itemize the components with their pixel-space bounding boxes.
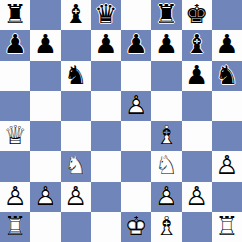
square-e6[interactable]: [121, 61, 151, 91]
square-a5[interactable]: [0, 91, 30, 121]
white-bishop-icon[interactable]: ♝♗: [151, 212, 181, 242]
square-b1[interactable]: [30, 212, 60, 242]
square-f1[interactable]: ♝♗: [151, 212, 181, 242]
square-d2[interactable]: [91, 182, 121, 212]
square-f5[interactable]: [151, 91, 181, 121]
square-e4[interactable]: [121, 121, 151, 151]
chess-board: ♜♝♛♜♚♟♟♟♟♟♝♟♞♟♞♟♙♛♕♝♗♞♘♞♘♟♙♟♙♟♙♟♙♟♙♟♙♜♖♚…: [0, 0, 242, 242]
square-h2[interactable]: [212, 182, 242, 212]
white-queen-icon[interactable]: ♛♕: [0, 121, 30, 151]
black-knight-icon[interactable]: ♞: [61, 61, 91, 91]
white-knight-icon[interactable]: ♞♘: [61, 151, 91, 181]
black-queen-icon[interactable]: ♛: [91, 0, 121, 30]
white-rook-icon[interactable]: ♜♖: [212, 212, 242, 242]
square-e1[interactable]: ♚♔: [121, 212, 151, 242]
square-a1[interactable]: ♜♖: [0, 212, 30, 242]
black-pawn-icon[interactable]: ♟: [212, 30, 242, 60]
square-e3[interactable]: [121, 151, 151, 181]
black-rook-icon[interactable]: ♜: [151, 0, 181, 30]
square-d1[interactable]: [91, 212, 121, 242]
white-knight-icon[interactable]: ♞♘: [151, 151, 181, 181]
black-pawn-icon[interactable]: ♟: [91, 30, 121, 60]
square-b2[interactable]: ♟♙: [30, 182, 60, 212]
square-h3[interactable]: ♟♙: [212, 151, 242, 181]
square-d5[interactable]: [91, 91, 121, 121]
black-rook-icon[interactable]: ♜: [0, 0, 30, 30]
square-e5[interactable]: ♟♙: [121, 91, 151, 121]
white-pawn-icon[interactable]: ♟♙: [30, 182, 60, 212]
square-g5[interactable]: [182, 91, 212, 121]
square-g7[interactable]: ♝: [182, 30, 212, 60]
black-pawn-icon[interactable]: ♟: [151, 30, 181, 60]
square-d4[interactable]: [91, 121, 121, 151]
white-pawn-icon[interactable]: ♟♙: [0, 182, 30, 212]
white-pawn-icon[interactable]: ♟♙: [182, 182, 212, 212]
square-f2[interactable]: ♟♙: [151, 182, 181, 212]
white-bishop-icon[interactable]: ♝♗: [151, 121, 181, 151]
square-g2[interactable]: ♟♙: [182, 182, 212, 212]
black-bishop-icon[interactable]: ♝: [182, 30, 212, 60]
square-g1[interactable]: [182, 212, 212, 242]
square-e7[interactable]: ♟: [121, 30, 151, 60]
white-pawn-icon[interactable]: ♟♙: [121, 91, 151, 121]
square-c5[interactable]: [61, 91, 91, 121]
black-bishop-icon[interactable]: ♝: [61, 0, 91, 30]
square-c4[interactable]: [61, 121, 91, 151]
black-knight-icon[interactable]: ♞: [212, 61, 242, 91]
square-a3[interactable]: [0, 151, 30, 181]
black-pawn-icon[interactable]: ♟: [182, 61, 212, 91]
square-d3[interactable]: [91, 151, 121, 181]
square-b7[interactable]: ♟: [30, 30, 60, 60]
square-h6[interactable]: ♞: [212, 61, 242, 91]
square-b5[interactable]: [30, 91, 60, 121]
square-a7[interactable]: ♟: [0, 30, 30, 60]
square-g3[interactable]: [182, 151, 212, 181]
square-c6[interactable]: ♞: [61, 61, 91, 91]
black-pawn-icon[interactable]: ♟: [0, 30, 30, 60]
square-e2[interactable]: [121, 182, 151, 212]
square-f8[interactable]: ♜: [151, 0, 181, 30]
square-c8[interactable]: ♝: [61, 0, 91, 30]
white-pawn-icon[interactable]: ♟♙: [61, 182, 91, 212]
white-rook-icon[interactable]: ♜♖: [0, 212, 30, 242]
square-f4[interactable]: ♝♗: [151, 121, 181, 151]
square-e8[interactable]: [121, 0, 151, 30]
square-h1[interactable]: ♜♖: [212, 212, 242, 242]
square-a6[interactable]: [0, 61, 30, 91]
square-c1[interactable]: [61, 212, 91, 242]
square-g4[interactable]: [182, 121, 212, 151]
black-pawn-icon[interactable]: ♟: [121, 30, 151, 60]
square-f7[interactable]: ♟: [151, 30, 181, 60]
square-a4[interactable]: ♛♕: [0, 121, 30, 151]
square-h7[interactable]: ♟: [212, 30, 242, 60]
square-c2[interactable]: ♟♙: [61, 182, 91, 212]
square-d6[interactable]: [91, 61, 121, 91]
square-g6[interactable]: ♟: [182, 61, 212, 91]
square-a8[interactable]: ♜: [0, 0, 30, 30]
square-c3[interactable]: ♞♘: [61, 151, 91, 181]
square-b4[interactable]: [30, 121, 60, 151]
square-h5[interactable]: [212, 91, 242, 121]
square-b8[interactable]: [30, 0, 60, 30]
square-d8[interactable]: ♛: [91, 0, 121, 30]
square-c7[interactable]: [61, 30, 91, 60]
square-b6[interactable]: [30, 61, 60, 91]
black-king-icon[interactable]: ♚: [182, 0, 212, 30]
square-h4[interactable]: [212, 121, 242, 151]
square-h8[interactable]: [212, 0, 242, 30]
square-f6[interactable]: [151, 61, 181, 91]
white-pawn-icon[interactable]: ♟♙: [212, 151, 242, 181]
square-f3[interactable]: ♞♘: [151, 151, 181, 181]
white-pawn-icon[interactable]: ♟♙: [151, 182, 181, 212]
square-d7[interactable]: ♟: [91, 30, 121, 60]
square-a2[interactable]: ♟♙: [0, 182, 30, 212]
white-king-icon[interactable]: ♚♔: [121, 212, 151, 242]
black-pawn-icon[interactable]: ♟: [30, 30, 60, 60]
square-g8[interactable]: ♚: [182, 0, 212, 30]
square-b3[interactable]: [30, 151, 60, 181]
